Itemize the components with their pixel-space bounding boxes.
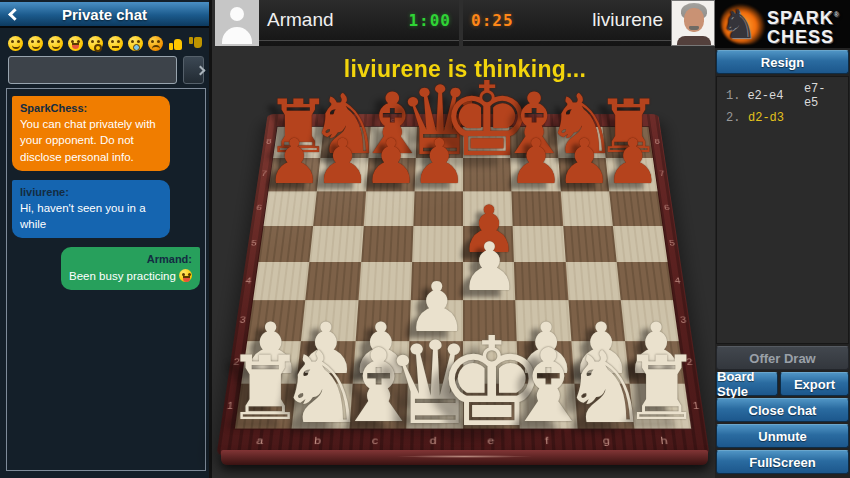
send-arrow-icon bbox=[196, 66, 206, 76]
chat-bubble-liviurene: liviurene: Hi, haven't seen you in a whi… bbox=[12, 180, 170, 239]
chat-bubble-armand: Armand: Been busy practicing bbox=[61, 247, 200, 289]
resign-button[interactable]: Resign bbox=[716, 50, 849, 74]
back-chevron-icon[interactable] bbox=[8, 8, 21, 21]
square-a5[interactable] bbox=[258, 226, 313, 262]
chat-input-row bbox=[8, 56, 204, 84]
piece-black-pawn-b7[interactable]: ♟ bbox=[315, 130, 371, 192]
chat-message-text: You can chat privately with your opponen… bbox=[20, 118, 156, 162]
emoji-flushed-icon[interactable] bbox=[88, 36, 103, 51]
logo-text: SPARK® CHESS bbox=[767, 5, 840, 47]
chat-sender-name: SparkChess: bbox=[20, 101, 162, 116]
square-g4[interactable] bbox=[565, 262, 620, 300]
sparkchess-logo: ♞ SPARK® CHESS bbox=[715, 0, 850, 48]
emoji-unamused-icon[interactable] bbox=[108, 36, 123, 51]
emoji-smile-icon[interactable] bbox=[28, 36, 43, 51]
chat-message-text: Been busy practicing bbox=[69, 270, 176, 282]
emoji-cry-icon[interactable] bbox=[128, 36, 143, 51]
square-h4[interactable] bbox=[616, 262, 673, 300]
send-button[interactable] bbox=[183, 56, 204, 84]
chat-bubble-sparkchess: SparkChess: You can chat privately with … bbox=[12, 96, 170, 171]
square-f5[interactable] bbox=[513, 226, 565, 262]
move-black: e7-e5 bbox=[804, 82, 839, 110]
move-row: 2. d2-d3 bbox=[726, 107, 839, 129]
chat-panel: Private chat SparkChess: You can chat pr… bbox=[0, 0, 212, 478]
piece-black-pawn-g7[interactable]: ♟ bbox=[557, 130, 613, 192]
move-white: e2-e4 bbox=[747, 89, 804, 103]
game-area: Armand 1:00 0:25 liviurene liviurene is … bbox=[215, 0, 715, 478]
knight-logo-icon: ♞ bbox=[721, 2, 757, 46]
emoji-grin-icon[interactable] bbox=[8, 36, 23, 51]
square-h5[interactable] bbox=[613, 226, 668, 262]
move-white-highlight: d2-d3 bbox=[748, 111, 806, 125]
piece-white-rook-h1[interactable]: ♜ bbox=[622, 345, 701, 433]
unmute-button[interactable]: Unmute bbox=[716, 424, 849, 448]
coord-rank-6: 6 bbox=[256, 204, 262, 211]
move-list: 1. e2-e4 e7-e5 2. d2-d3 bbox=[716, 76, 849, 344]
emoji-angry-icon[interactable] bbox=[148, 36, 163, 51]
emoji-thumbs-up-icon[interactable] bbox=[168, 36, 183, 51]
chat-sender-name: liviurene: bbox=[20, 185, 162, 200]
coord-rank-5: 5 bbox=[251, 239, 258, 247]
move-row: 1. e2-e4 e7-e5 bbox=[726, 85, 839, 107]
coord-rank-right-6: 6 bbox=[664, 204, 670, 211]
tongue-emoji-icon bbox=[179, 269, 192, 282]
piece-black-pawn-a7[interactable]: ♟ bbox=[266, 130, 322, 192]
chat-header: Private chat bbox=[0, 2, 209, 28]
emoji-thumbs-down-icon[interactable] bbox=[188, 36, 203, 51]
square-c4[interactable] bbox=[358, 262, 412, 300]
chat-messages-area: SparkChess: You can chat privately with … bbox=[6, 88, 206, 471]
square-c5[interactable] bbox=[361, 226, 413, 262]
board-style-button[interactable]: Board Style bbox=[716, 372, 778, 396]
square-a4[interactable] bbox=[253, 262, 310, 300]
coord-rank-right-5: 5 bbox=[669, 239, 676, 247]
fullscreen-button[interactable]: FullScreen bbox=[716, 450, 849, 474]
square-d5[interactable] bbox=[412, 226, 463, 262]
piece-black-pawn-h7[interactable]: ♟ bbox=[605, 130, 661, 192]
square-f4[interactable] bbox=[514, 262, 568, 300]
chat-message-text: Hi, haven't seen you in a while bbox=[20, 202, 146, 230]
square-g5[interactable] bbox=[563, 226, 617, 262]
sparkchess-app: Private chat SparkChess: You can chat pr… bbox=[0, 0, 850, 478]
emoji-wink-icon[interactable] bbox=[48, 36, 63, 51]
chat-message-input[interactable] bbox=[8, 56, 177, 84]
chat-title: Private chat bbox=[62, 6, 147, 23]
piece-black-pawn-d7[interactable]: ♟ bbox=[412, 130, 468, 192]
square-b5[interactable] bbox=[310, 226, 364, 262]
coord-rank-4: 4 bbox=[245, 277, 252, 285]
sidebar: ♞ SPARK® CHESS Resign 1. e2-e4 e7-e5 2. … bbox=[715, 0, 850, 478]
emoji-tongue-icon[interactable] bbox=[68, 36, 83, 51]
piece-black-pawn-c7[interactable]: ♟ bbox=[363, 130, 419, 192]
chat-sender-name: Armand: bbox=[69, 252, 192, 267]
emoji-row bbox=[8, 34, 206, 52]
offer-draw-button[interactable]: Offer Draw bbox=[716, 346, 849, 370]
square-b4[interactable] bbox=[305, 262, 360, 300]
piece-white-pawn-e4[interactable]: ♟ bbox=[460, 234, 520, 301]
coord-rank-right-4: 4 bbox=[674, 277, 681, 285]
move-number: 1. bbox=[726, 89, 747, 103]
close-chat-button[interactable]: Close Chat bbox=[716, 398, 849, 422]
piece-black-pawn-f7[interactable]: ♟ bbox=[508, 130, 564, 192]
export-button[interactable]: Export bbox=[780, 372, 849, 396]
move-number: 2. bbox=[726, 111, 748, 125]
